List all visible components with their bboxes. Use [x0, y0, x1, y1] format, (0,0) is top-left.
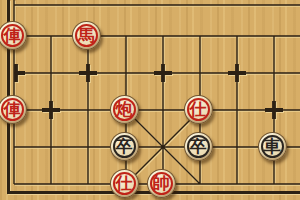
- piece-ring: 卒: [113, 135, 136, 158]
- piece-character: 卒: [116, 138, 133, 155]
- piece-ring: 卒: [187, 135, 210, 158]
- piece-character: 仕: [190, 101, 207, 118]
- piece-ring: 炮: [113, 98, 136, 121]
- piece-red-horse-c6[interactable]: 馬: [72, 21, 101, 50]
- piece-character: 馬: [78, 27, 95, 44]
- grid-bevel-highlight: [8, 1, 300, 194]
- piece-black-soldier-d9[interactable]: 卒: [110, 132, 139, 161]
- piece-red-chariot-a8[interactable]: 俥: [0, 95, 27, 124]
- piece-ring: 俥: [1, 24, 24, 47]
- piece-character: 帥: [153, 175, 170, 192]
- piece-character: 車: [264, 138, 281, 155]
- xiangqi-board[interactable]: 俥馬俥炮仕卒卒車仕帥: [0, 0, 300, 200]
- piece-red-general-e10[interactable]: 帥: [147, 169, 176, 198]
- piece-black-chariot-h9[interactable]: 車: [258, 132, 287, 161]
- piece-black-soldier-f9[interactable]: 卒: [184, 132, 213, 161]
- grid-dark-lines: [7, 0, 300, 193]
- piece-red-advisor-d10[interactable]: 仕: [110, 169, 139, 198]
- piece-character: 仕: [116, 175, 133, 192]
- piece-red-advisor-f8[interactable]: 仕: [184, 95, 213, 124]
- piece-ring: 帥: [150, 172, 173, 195]
- piece-ring: 仕: [187, 98, 210, 121]
- piece-character: 俥: [4, 27, 21, 44]
- piece-character: 俥: [4, 101, 21, 118]
- piece-red-chariot-a6[interactable]: 俥: [0, 21, 27, 50]
- piece-ring: 俥: [1, 98, 24, 121]
- piece-ring: 車: [261, 135, 284, 158]
- board-grid: [0, 0, 300, 200]
- piece-ring: 馬: [75, 24, 98, 47]
- piece-ring: 仕: [113, 172, 136, 195]
- piece-red-cannon-d8[interactable]: 炮: [110, 95, 139, 124]
- piece-character: 炮: [116, 101, 133, 118]
- piece-character: 卒: [190, 138, 207, 155]
